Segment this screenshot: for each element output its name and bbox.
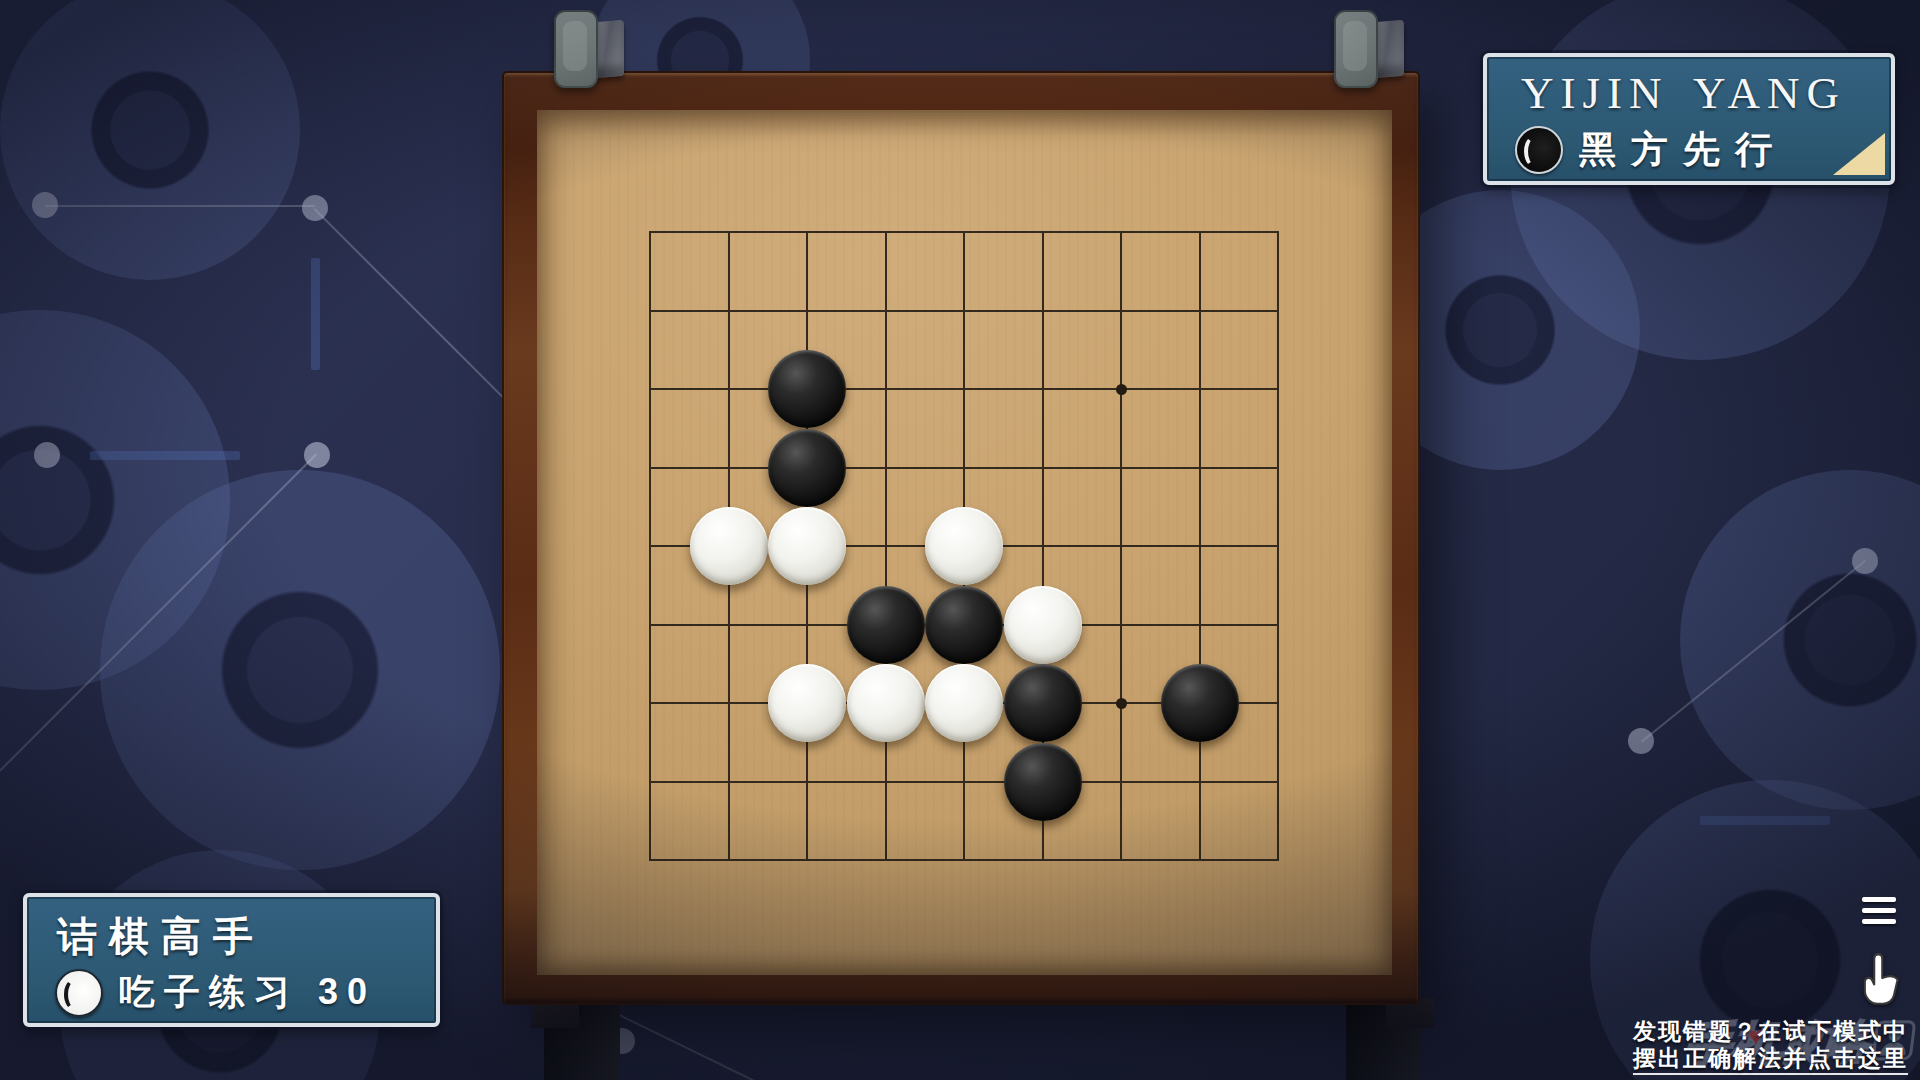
go-board-grid[interactable] (650, 232, 1278, 860)
bg-plus-mark (311, 258, 320, 370)
black-stone[interactable] (768, 350, 846, 428)
bg-node-dot (302, 195, 328, 221)
black-stone[interactable] (768, 429, 846, 507)
grid-line-vertical (1120, 231, 1122, 861)
board-clamp-right (1328, 10, 1406, 90)
hand-pointer-cursor (1856, 952, 1902, 1008)
bg-node-dot (32, 192, 58, 218)
black-stone-icon (1515, 126, 1563, 174)
hint-line2[interactable]: 摆出正确解法并点击这里 (1633, 1045, 1908, 1072)
grid-line-vertical (1277, 231, 1279, 861)
white-stone[interactable] (847, 664, 925, 742)
bg-ring (1680, 470, 1920, 810)
puzzle-subtitle: 吃子练习 30 (119, 968, 376, 1017)
bg-ring (100, 470, 500, 870)
turn-indicator-label: 黑方先行 (1579, 125, 1787, 175)
black-stone[interactable] (925, 586, 1003, 664)
star-point (1116, 698, 1127, 709)
white-stone[interactable] (768, 507, 846, 585)
white-stone[interactable] (690, 507, 768, 585)
bg-plus-mark (90, 451, 240, 460)
white-stone[interactable] (1004, 586, 1082, 664)
black-stone[interactable] (847, 586, 925, 664)
puzzle-title: 诘棋高手 (57, 909, 436, 964)
black-stone[interactable] (1004, 743, 1082, 821)
bg-node-dot (34, 442, 60, 468)
clamp-pad (1334, 10, 1378, 88)
black-stone[interactable] (1161, 664, 1239, 742)
white-stone[interactable] (925, 664, 1003, 742)
go-board-surface[interactable] (537, 110, 1392, 975)
hint-text[interactable]: 发现错题？在试下模式中 摆出正确解法并点击这里 (1633, 1018, 1908, 1072)
grid-line-horizontal (649, 859, 1279, 861)
bg-line (45, 205, 315, 207)
player-panel: YIJIN YANG 黑方先行 (1483, 53, 1895, 185)
bg-ring (0, 0, 300, 280)
clamp-pad (554, 10, 598, 88)
grid-line-vertical (1199, 231, 1201, 861)
white-stone-icon (55, 969, 103, 1017)
bg-node-dot (1628, 728, 1654, 754)
go-board-frame (502, 71, 1420, 1005)
hint-line1: 发现错题？在试下模式中 (1633, 1018, 1908, 1045)
hamburger-menu-icon[interactable] (1862, 897, 1896, 930)
white-stone[interactable] (925, 507, 1003, 585)
bg-node-dot (304, 442, 330, 468)
player-title: YIJIN YANG (1521, 67, 1891, 119)
bg-plus-mark (1700, 816, 1830, 825)
star-point (1116, 384, 1127, 395)
game-screen: { "game": "go (weiqi) capturing puzzle /… (0, 0, 1920, 1080)
white-stone[interactable] (768, 664, 846, 742)
bg-node-dot (1852, 548, 1878, 574)
grid-line-horizontal (649, 781, 1279, 783)
puzzle-panel: 诘棋高手 吃子练习 30 (23, 893, 440, 1027)
black-stone[interactable] (1004, 664, 1082, 742)
board-clamp-left (548, 10, 626, 90)
